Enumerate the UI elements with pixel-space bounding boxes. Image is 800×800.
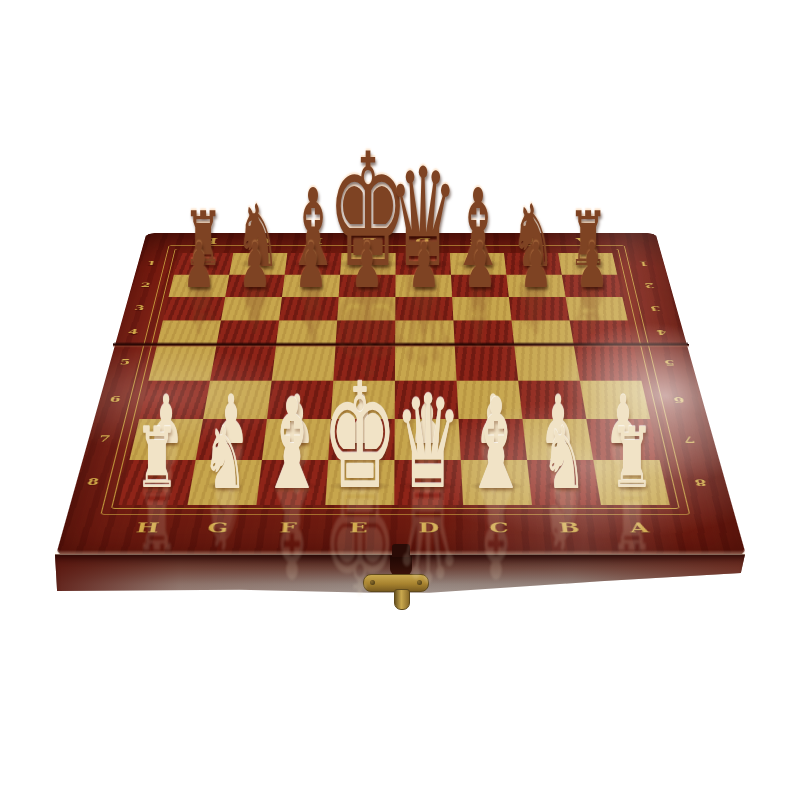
square-a5[interactable] bbox=[574, 345, 642, 381]
rank-label-left-5: 5 bbox=[109, 359, 141, 366]
light-bishop-f8[interactable]: ♝ bbox=[260, 381, 325, 506]
rank-label-right-7: 7 bbox=[672, 435, 706, 444]
latch-knob bbox=[394, 589, 410, 610]
file-label-near-h: H bbox=[121, 520, 175, 534]
fold-seam bbox=[112, 342, 689, 347]
latch-screw-left bbox=[370, 580, 375, 585]
rank-label-left-2: 2 bbox=[131, 282, 160, 288]
dark-pawn-b2[interactable]: ♟ bbox=[520, 235, 552, 298]
rank-label-left-3: 3 bbox=[124, 305, 154, 312]
dark-pawn-h2[interactable]: ♟ bbox=[182, 235, 214, 298]
rank-label-right-1: 1 bbox=[629, 260, 657, 266]
file-label-near-e: E bbox=[333, 520, 384, 534]
rank-label-right-4: 4 bbox=[646, 329, 677, 336]
rank-label-left-8: 8 bbox=[75, 477, 111, 486]
light-knight-g8[interactable]: ♞ bbox=[202, 414, 247, 500]
latch-screw-right bbox=[417, 580, 422, 585]
rank-label-left-6: 6 bbox=[99, 395, 132, 403]
rank-label-left-4: 4 bbox=[118, 329, 149, 336]
file-label-near-g: G bbox=[192, 520, 245, 534]
latch-clasp-tab bbox=[392, 544, 410, 557]
dark-pawn-g2[interactable]: ♟ bbox=[239, 235, 271, 298]
dark-pawn-f2[interactable]: ♟ bbox=[295, 235, 327, 298]
file-label-near-b: B bbox=[543, 520, 596, 534]
light-queen-d8[interactable]: ♛ bbox=[395, 378, 462, 507]
rank-label-right-5: 5 bbox=[653, 359, 685, 366]
file-label-near-d: D bbox=[404, 520, 455, 534]
dark-pawn-a2[interactable]: ♟ bbox=[576, 235, 608, 298]
light-king-e8[interactable]: ♚ bbox=[322, 364, 398, 510]
rank-label-left-7: 7 bbox=[87, 435, 121, 444]
file-label-near-f: F bbox=[263, 520, 315, 534]
rank-label-left-1: 1 bbox=[137, 260, 166, 266]
square-h5[interactable] bbox=[148, 345, 216, 381]
rank-label-right-8: 8 bbox=[682, 477, 718, 486]
light-rook-a8[interactable]: ♜ bbox=[610, 417, 653, 500]
dark-pawn-d2[interactable]: ♟ bbox=[407, 235, 439, 298]
light-rook-h8[interactable]: ♜ bbox=[135, 417, 178, 500]
rank-label-right-2: 2 bbox=[635, 282, 664, 288]
dark-pawn-c2[interactable]: ♟ bbox=[464, 235, 496, 298]
file-label-near-c: C bbox=[474, 520, 526, 534]
light-knight-b8[interactable]: ♞ bbox=[542, 414, 587, 500]
rank-label-right-3: 3 bbox=[640, 305, 670, 312]
light-bishop-c8[interactable]: ♝ bbox=[464, 381, 529, 506]
file-label-near-a: A bbox=[613, 520, 666, 534]
dark-pawn-e2[interactable]: ♟ bbox=[351, 235, 383, 298]
latch-notch bbox=[390, 556, 412, 575]
rank-label-right-6: 6 bbox=[662, 395, 695, 403]
